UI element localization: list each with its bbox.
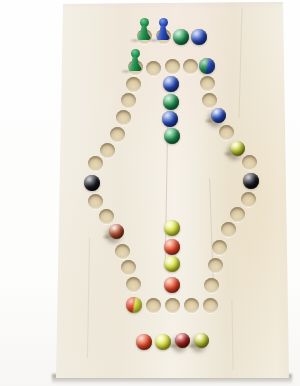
yellow-marble[interactable] xyxy=(164,220,180,236)
marble-gloss xyxy=(173,29,189,45)
marble-gloss xyxy=(84,175,100,191)
yellow-marble[interactable] xyxy=(155,334,171,350)
marble-gloss xyxy=(164,256,180,272)
photo-stage xyxy=(0,0,300,386)
marble-gloss xyxy=(136,334,152,350)
black-marble[interactable] xyxy=(84,175,100,191)
hole-left-path-23[interactable] xyxy=(115,244,130,259)
split-marble-green-blue[interactable] xyxy=(199,58,215,74)
marble-gloss xyxy=(164,220,180,236)
hole-top-row-7[interactable] xyxy=(183,59,198,74)
hole-bottom-row-44[interactable] xyxy=(146,298,161,313)
hole-left-path-16[interactable] xyxy=(110,127,125,142)
hole-left-path-21[interactable] xyxy=(99,209,114,224)
olive-peg[interactable] xyxy=(230,141,245,156)
hole-left-path-24[interactable] xyxy=(121,260,136,275)
blue-marble[interactable] xyxy=(191,29,207,45)
marble-gloss xyxy=(163,94,179,110)
yellow-marble[interactable] xyxy=(164,256,180,272)
hole-right-path-26[interactable] xyxy=(200,76,215,91)
hole-left-path-18[interactable] xyxy=(88,156,103,171)
peg-gloss xyxy=(211,108,226,123)
green-marble[interactable] xyxy=(173,29,189,45)
wood-grain-line xyxy=(87,238,90,358)
hole-right-path-29[interactable] xyxy=(219,125,234,140)
black-marble[interactable] xyxy=(243,173,259,189)
red-marble[interactable] xyxy=(164,277,180,293)
green-marble[interactable] xyxy=(164,128,180,144)
marble-gloss xyxy=(199,58,215,74)
peg-gloss xyxy=(109,224,124,239)
pawn-body xyxy=(138,25,151,40)
marble-gloss xyxy=(164,239,180,255)
hole-right-path-31[interactable] xyxy=(242,155,257,170)
hole-left-path-13[interactable] xyxy=(126,77,141,92)
green-marble[interactable] xyxy=(163,94,179,110)
marble-gloss xyxy=(126,297,142,313)
split-marble-red-yellow[interactable] xyxy=(126,297,142,313)
hole-bottom-row-45[interactable] xyxy=(165,298,180,313)
marble-gloss xyxy=(162,111,178,127)
hole-right-path-33[interactable] xyxy=(241,192,256,207)
green-pawn[interactable] xyxy=(137,18,151,44)
hole-top-row-5[interactable] xyxy=(146,61,161,76)
board xyxy=(0,0,300,386)
marble-gloss xyxy=(164,277,180,293)
hole-right-path-38[interactable] xyxy=(204,278,219,293)
darkred-peg[interactable] xyxy=(175,333,190,348)
blue-marble[interactable] xyxy=(162,111,178,127)
hole-right-path-37[interactable] xyxy=(208,258,223,273)
hole-right-path-35[interactable] xyxy=(221,222,236,237)
hole-left-path-14[interactable] xyxy=(121,93,136,108)
hole-left-path-17[interactable] xyxy=(100,143,115,158)
hole-left-path-15[interactable] xyxy=(116,110,131,125)
marble-gloss xyxy=(164,128,180,144)
marble-gloss xyxy=(243,173,259,189)
marble-gloss xyxy=(155,334,171,350)
hole-bottom-row-46[interactable] xyxy=(184,298,199,313)
red-marble[interactable] xyxy=(136,334,152,350)
pawn-body xyxy=(129,56,142,71)
hole-left-path-20[interactable] xyxy=(88,194,103,209)
blue-peg[interactable] xyxy=(211,108,226,123)
hole-right-path-27[interactable] xyxy=(202,93,217,108)
green-pawn[interactable] xyxy=(128,49,142,75)
hole-right-path-34[interactable] xyxy=(230,207,245,222)
brick-peg[interactable] xyxy=(109,224,124,239)
olive-peg[interactable] xyxy=(194,333,209,348)
blue-marble[interactable] xyxy=(163,76,179,92)
wood-grain-line xyxy=(231,300,233,370)
hole-left-path-25[interactable] xyxy=(126,277,141,292)
blue-pawn[interactable] xyxy=(156,18,170,44)
wood-grain-line xyxy=(239,8,243,118)
hole-right-path-36[interactable] xyxy=(212,240,227,255)
pawn-body xyxy=(157,25,170,40)
hole-top-row-6[interactable] xyxy=(165,59,180,74)
peg-gloss xyxy=(230,141,245,156)
hole-bottom-row-47[interactable] xyxy=(203,298,218,313)
red-marble[interactable] xyxy=(164,239,180,255)
board-edge xyxy=(0,0,300,386)
peg-gloss xyxy=(194,333,209,348)
marble-gloss xyxy=(191,29,207,45)
peg-gloss xyxy=(175,333,190,348)
marble-gloss xyxy=(163,76,179,92)
